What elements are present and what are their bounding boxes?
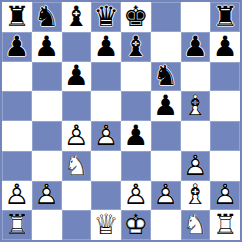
square-f2[interactable]: ♟♙	[151, 181, 181, 211]
square-c7[interactable]	[62, 32, 92, 62]
square-b5[interactable]	[32, 91, 62, 121]
square-e2[interactable]: ♟♙	[121, 181, 151, 211]
chess-board: ♜♞♝♛♚♜♟♟♟♝♟♟♟♞♟♝♗♟♙♟♙♟♞♘♟♙♟♙♟♙♟♙♟♙♝♗♟♙♜♖…	[0, 0, 242, 242]
square-a5[interactable]	[2, 91, 32, 121]
square-f7[interactable]	[151, 32, 181, 62]
square-a1[interactable]: ♜♖	[2, 210, 32, 240]
white-pawn: ♟♙	[4, 181, 29, 209]
white-rook: ♜♖	[4, 211, 29, 239]
square-c3[interactable]: ♞♘	[62, 151, 92, 181]
piece-outline-layer: ♘	[64, 152, 89, 180]
square-e4[interactable]: ♟	[121, 121, 151, 151]
square-d7[interactable]: ♟	[91, 32, 121, 62]
black-rook: ♜	[213, 3, 238, 31]
white-queen: ♛♕	[94, 211, 119, 239]
piece-outline-layer: ♕	[94, 211, 119, 239]
square-a4[interactable]	[2, 121, 32, 151]
black-pawn: ♟	[34, 33, 59, 61]
square-a8[interactable]: ♜	[2, 2, 32, 32]
square-a3[interactable]	[2, 151, 32, 181]
square-b8[interactable]: ♞	[32, 2, 62, 32]
piece-outline-layer: ♙	[94, 122, 119, 150]
piece-outline-layer: ♙	[123, 181, 148, 209]
square-a6[interactable]	[2, 62, 32, 92]
square-f4[interactable]	[151, 121, 181, 151]
piece-outline-layer: ♗	[183, 181, 208, 209]
black-bishop: ♝	[64, 3, 89, 31]
square-f6[interactable]: ♞	[151, 62, 181, 92]
square-h7[interactable]: ♟	[210, 32, 240, 62]
square-h2[interactable]: ♟♙	[210, 181, 240, 211]
black-pawn: ♟	[94, 33, 119, 61]
square-h5[interactable]	[210, 91, 240, 121]
piece-outline-layer: ♙	[183, 152, 208, 180]
square-e3[interactable]	[121, 151, 151, 181]
piece-outline-layer: ♙	[34, 181, 59, 209]
square-b7[interactable]: ♟	[32, 32, 62, 62]
square-e6[interactable]	[121, 62, 151, 92]
square-b2[interactable]: ♟♙	[32, 181, 62, 211]
square-c2[interactable]	[62, 181, 92, 211]
black-pawn: ♟	[153, 92, 178, 120]
square-c8[interactable]: ♝	[62, 2, 92, 32]
piece-outline-layer: ♖	[4, 211, 29, 239]
square-e8[interactable]: ♚	[121, 2, 151, 32]
square-d2[interactable]	[91, 181, 121, 211]
white-knight: ♞♘	[64, 152, 89, 180]
square-c6[interactable]: ♟	[62, 62, 92, 92]
square-g7[interactable]: ♟	[181, 32, 211, 62]
square-f5[interactable]: ♟	[151, 91, 181, 121]
square-a7[interactable]: ♟	[2, 32, 32, 62]
piece-outline-layer: ♗	[183, 92, 208, 120]
square-d4[interactable]: ♟♙	[91, 121, 121, 151]
square-b1[interactable]	[32, 210, 62, 240]
square-d1[interactable]: ♛♕	[91, 210, 121, 240]
square-a2[interactable]: ♟♙	[2, 181, 32, 211]
black-pawn: ♟	[64, 62, 89, 90]
square-h4[interactable]	[210, 121, 240, 151]
square-h6[interactable]	[210, 62, 240, 92]
square-g5[interactable]: ♝♗	[181, 91, 211, 121]
square-g1[interactable]: ♞♘	[181, 210, 211, 240]
white-pawn: ♟♙	[94, 122, 119, 150]
white-bishop: ♝♗	[183, 92, 208, 120]
square-h1[interactable]: ♜♖	[210, 210, 240, 240]
black-bishop: ♝	[123, 33, 148, 61]
black-pawn: ♟	[4, 33, 29, 61]
square-d6[interactable]	[91, 62, 121, 92]
square-g3[interactable]: ♟♙	[181, 151, 211, 181]
square-d3[interactable]	[91, 151, 121, 181]
square-e5[interactable]	[121, 91, 151, 121]
square-d8[interactable]: ♛	[91, 2, 121, 32]
square-e7[interactable]: ♝	[121, 32, 151, 62]
white-pawn: ♟♙	[153, 181, 178, 209]
black-rook: ♜	[4, 3, 29, 31]
piece-outline-layer: ♘	[183, 211, 208, 239]
white-pawn: ♟♙	[34, 181, 59, 209]
square-g8[interactable]	[181, 2, 211, 32]
square-c4[interactable]: ♟♙	[62, 121, 92, 151]
white-knight: ♞♘	[183, 211, 208, 239]
piece-outline-layer: ♙	[153, 181, 178, 209]
square-b6[interactable]	[32, 62, 62, 92]
white-rook: ♜♖	[213, 211, 238, 239]
square-c1[interactable]	[62, 210, 92, 240]
black-pawn: ♟	[213, 33, 238, 61]
black-knight: ♞	[34, 3, 59, 31]
square-b3[interactable]	[32, 151, 62, 181]
square-e1[interactable]: ♚♔	[121, 210, 151, 240]
black-king: ♚	[123, 3, 148, 31]
white-pawn: ♟♙	[213, 181, 238, 209]
white-pawn: ♟♙	[64, 122, 89, 150]
square-f1[interactable]	[151, 210, 181, 240]
black-knight: ♞	[153, 62, 178, 90]
black-queen: ♛	[94, 3, 119, 31]
square-d5[interactable]	[91, 91, 121, 121]
square-h8[interactable]: ♜	[210, 2, 240, 32]
square-f8[interactable]	[151, 2, 181, 32]
black-pawn: ♟	[183, 33, 208, 61]
black-pawn: ♟	[123, 122, 148, 150]
square-g6[interactable]	[181, 62, 211, 92]
piece-outline-layer: ♖	[213, 211, 238, 239]
piece-outline-layer: ♙	[213, 181, 238, 209]
white-pawn: ♟♙	[123, 181, 148, 209]
piece-outline-layer: ♔	[123, 211, 148, 239]
square-c5[interactable]	[62, 91, 92, 121]
white-king: ♚♔	[123, 211, 148, 239]
square-g2[interactable]: ♝♗	[181, 181, 211, 211]
square-g4[interactable]	[181, 121, 211, 151]
square-h3[interactable]	[210, 151, 240, 181]
white-bishop: ♝♗	[183, 181, 208, 209]
piece-outline-layer: ♙	[64, 122, 89, 150]
square-f3[interactable]	[151, 151, 181, 181]
piece-outline-layer: ♙	[4, 181, 29, 209]
white-pawn: ♟♙	[183, 152, 208, 180]
square-b4[interactable]	[32, 121, 62, 151]
